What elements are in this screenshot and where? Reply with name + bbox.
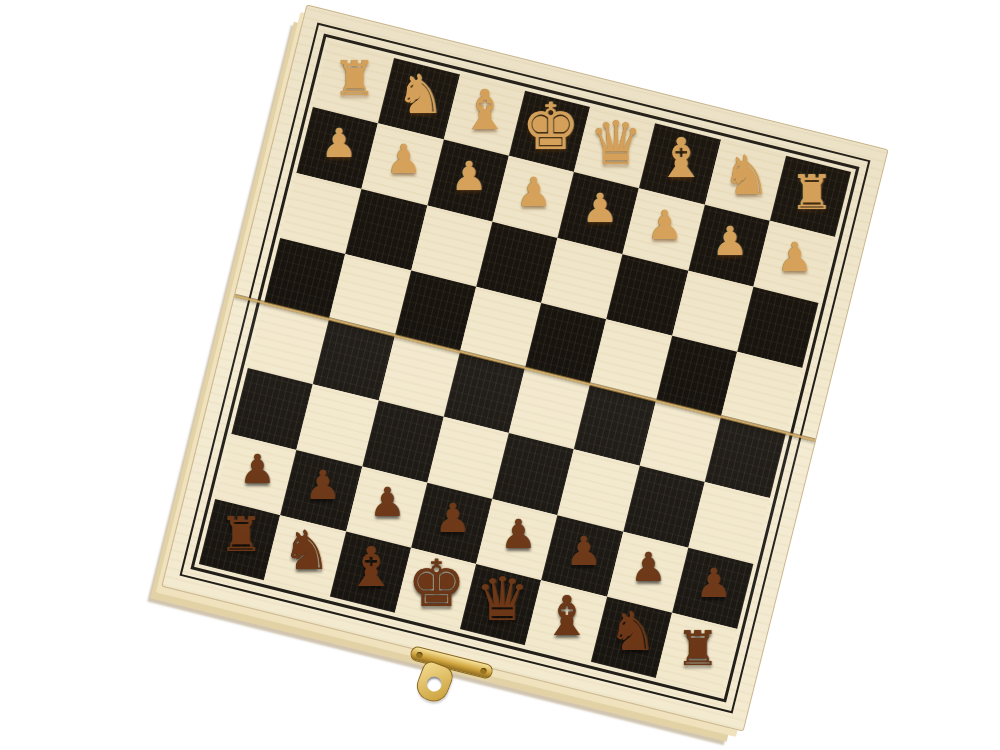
piece-white-bishop[interactable]: ♝ <box>461 83 510 138</box>
piece-black-bishop[interactable]: ♝ <box>347 540 396 595</box>
piece-white-knight[interactable]: ♞ <box>396 67 444 121</box>
piece-black-pawn[interactable]: ♟ <box>370 482 406 522</box>
piece-white-pawn[interactable]: ♟ <box>321 123 357 163</box>
piece-white-knight[interactable]: ♞ <box>722 148 770 202</box>
chess-box: ♜♞♝♚♛♝♞♜♟♟♟♟♟♟♟♟♟♟♟♟♟♟♟♟♜♞♝♚♛♝♞♜ <box>161 4 888 731</box>
square-e1[interactable]: ♚ <box>509 91 591 173</box>
piece-white-pawn[interactable]: ♟ <box>386 139 422 179</box>
piece-black-rook[interactable]: ♜ <box>676 624 719 672</box>
piece-white-pawn[interactable]: ♟ <box>712 221 748 261</box>
piece-black-king[interactable]: ♚ <box>408 551 466 616</box>
piece-white-rook[interactable]: ♜ <box>333 54 376 102</box>
piece-black-pawn[interactable]: ♟ <box>304 466 340 506</box>
piece-white-pawn[interactable]: ♟ <box>777 237 813 277</box>
piece-black-bishop[interactable]: ♝ <box>542 588 591 643</box>
piece-white-queen[interactable]: ♛ <box>589 113 643 173</box>
piece-black-rook[interactable]: ♜ <box>219 511 262 559</box>
piece-black-queen[interactable]: ♛ <box>475 570 529 630</box>
piece-white-rook[interactable]: ♜ <box>790 168 833 216</box>
piece-white-pawn[interactable]: ♟ <box>451 156 487 196</box>
piece-white-pawn[interactable]: ♟ <box>582 188 618 228</box>
piece-black-pawn[interactable]: ♟ <box>565 531 601 571</box>
piece-white-bishop[interactable]: ♝ <box>656 132 705 187</box>
piece-black-pawn[interactable]: ♟ <box>435 498 471 538</box>
piece-white-king[interactable]: ♚ <box>521 94 579 159</box>
piece-black-pawn[interactable]: ♟ <box>500 514 536 554</box>
piece-white-pawn[interactable]: ♟ <box>647 204 683 244</box>
piece-black-pawn[interactable]: ♟ <box>631 547 667 587</box>
piece-black-knight[interactable]: ♞ <box>282 524 330 578</box>
piece-black-pawn[interactable]: ♟ <box>239 449 275 489</box>
square-e8[interactable]: ♚ <box>395 547 477 629</box>
piece-white-pawn[interactable]: ♟ <box>516 172 552 212</box>
photo-background: ♜♞♝♚♛♝♞♜♟♟♟♟♟♟♟♟♟♟♟♟♟♟♟♟♜♞♝♚♛♝♞♜ <box>0 0 1000 750</box>
piece-black-knight[interactable]: ♞ <box>608 605 656 659</box>
piece-black-pawn[interactable]: ♟ <box>696 563 732 603</box>
